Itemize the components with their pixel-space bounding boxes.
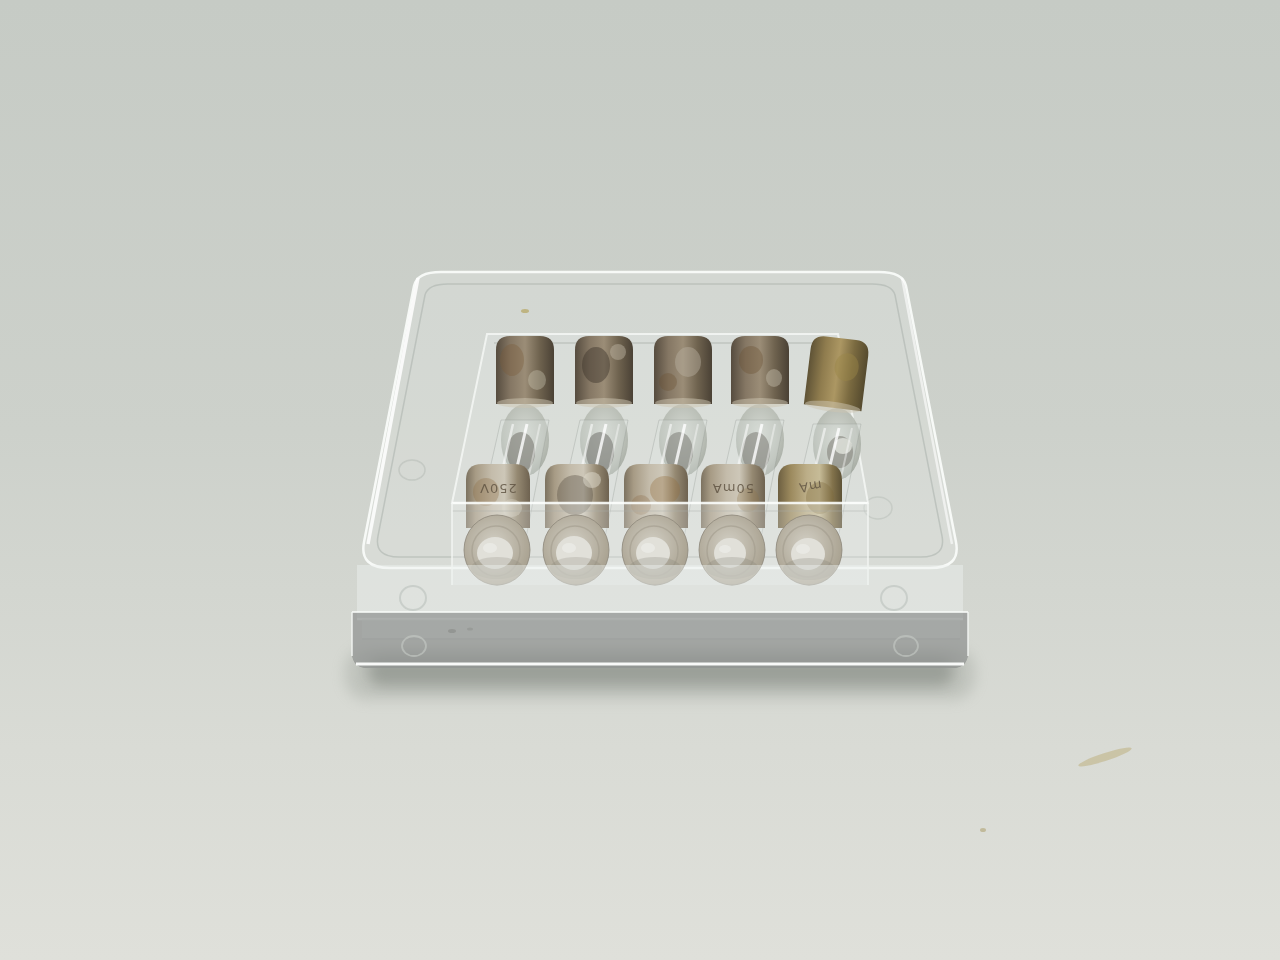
cap-marking: 250V <box>479 481 517 496</box>
lid-speck <box>521 309 529 313</box>
cap-marking: 50mA <box>712 481 754 496</box>
background-speck <box>980 828 986 832</box>
photo-canvas: 250V <box>0 0 1280 960</box>
case-base <box>352 612 968 668</box>
product-photo: 250V <box>0 0 1280 960</box>
back-cap <box>731 336 789 404</box>
